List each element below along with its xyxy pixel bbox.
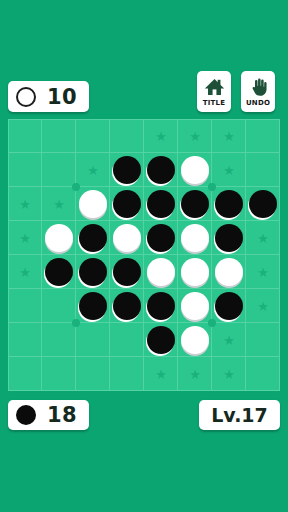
black-disc [113,292,141,320]
board-guide-dot [72,319,80,327]
board-cell[interactable]: ★ [178,119,212,153]
board-cell[interactable] [110,289,144,323]
level-pill: Lv.17 [199,400,280,430]
board-cell[interactable] [178,153,212,187]
board-guide-dot [208,319,216,327]
board-cell[interactable] [42,357,76,391]
white-disc-indicator [16,87,36,107]
star-icon: ★ [144,357,178,391]
black-disc-indicator [16,405,36,425]
board-cell[interactable] [8,119,42,153]
black-disc [147,292,175,320]
white-disc [181,156,209,184]
white-score-pill: 10 [8,81,89,112]
board-cell[interactable] [212,289,246,323]
board-cell[interactable] [212,255,246,289]
board-cell[interactable]: ★ [8,255,42,289]
board-cell[interactable] [110,221,144,255]
board-cell[interactable] [246,187,280,221]
board-cell[interactable] [246,153,280,187]
black-disc [79,224,107,252]
board-cell[interactable] [144,187,178,221]
board-cell[interactable]: ★ [246,255,280,289]
board-cell[interactable] [8,357,42,391]
undo-button[interactable]: UNDO [241,71,275,112]
black-disc [249,190,277,218]
star-icon: ★ [212,119,246,153]
star-icon: ★ [8,187,42,221]
board-cell[interactable] [144,221,178,255]
black-disc [215,224,243,252]
hand-icon [248,77,269,98]
board-cell[interactable] [42,221,76,255]
board-cell[interactable] [110,255,144,289]
board-cell[interactable]: ★ [212,153,246,187]
white-disc [79,190,107,218]
board-cell[interactable] [76,357,110,391]
board-cell[interactable]: ★ [144,357,178,391]
black-disc [113,190,141,218]
star-icon: ★ [8,255,42,289]
black-disc [147,190,175,218]
black-disc [147,156,175,184]
board-cell[interactable] [178,255,212,289]
board-cell[interactable]: ★ [246,289,280,323]
board-cell[interactable] [110,119,144,153]
star-icon: ★ [212,357,246,391]
board-cell[interactable] [42,289,76,323]
board-cell[interactable] [42,255,76,289]
white-disc [45,224,73,252]
star-icon: ★ [212,323,246,357]
board-cell[interactable] [110,323,144,357]
board-cell[interactable]: ★ [8,187,42,221]
star-icon: ★ [178,119,212,153]
board-cell[interactable] [246,357,280,391]
black-disc [45,258,73,286]
white-score: 10 [47,85,77,109]
star-icon: ★ [76,153,110,187]
black-disc [113,156,141,184]
board-cell[interactable] [76,119,110,153]
board-cell[interactable] [178,221,212,255]
undo-button-label: UNDO [246,100,270,107]
board-cell[interactable] [76,289,110,323]
board-cell[interactable] [8,323,42,357]
board-cell[interactable]: ★ [212,119,246,153]
black-disc [113,258,141,286]
star-icon: ★ [246,255,280,289]
star-icon: ★ [8,221,42,255]
board-cell[interactable]: ★ [8,221,42,255]
board-cell[interactable] [144,289,178,323]
board-cell[interactable] [178,323,212,357]
black-disc [147,224,175,252]
black-disc [215,190,243,218]
board: ★★★★★★★★★★★★★★★★ [8,119,280,391]
star-icon: ★ [246,221,280,255]
board-cell[interactable] [76,221,110,255]
black-disc [215,292,243,320]
board-cell[interactable] [110,187,144,221]
board-cell[interactable] [246,323,280,357]
home-icon [204,77,225,98]
board-cell[interactable] [42,119,76,153]
white-disc [147,258,175,286]
star-icon: ★ [178,357,212,391]
black-disc [147,326,175,354]
star-icon: ★ [212,153,246,187]
white-disc [215,258,243,286]
board-cell[interactable] [8,289,42,323]
board-cell[interactable] [42,323,76,357]
board-cell[interactable] [144,153,178,187]
white-disc [181,326,209,354]
board-cell[interactable] [110,153,144,187]
black-disc [181,190,209,218]
black-score-pill: 18 [8,400,89,430]
board-cell[interactable]: ★ [212,357,246,391]
board-cell[interactable] [144,255,178,289]
white-disc [181,224,209,252]
board-cell[interactable]: ★ [42,187,76,221]
white-disc [113,224,141,252]
board-cell[interactable]: ★ [76,153,110,187]
board-guide-dot [72,183,80,191]
board-cell[interactable] [212,221,246,255]
black-disc [79,292,107,320]
title-button-label: TITLE [203,100,225,107]
level-text: Lv.17 [211,404,268,426]
board-cell[interactable] [8,153,42,187]
board-cell[interactable]: ★ [144,119,178,153]
board-cell[interactable]: ★ [212,323,246,357]
white-disc [181,258,209,286]
board-cell[interactable] [178,289,212,323]
board-cell[interactable] [246,119,280,153]
white-disc [181,292,209,320]
board-cell[interactable]: ★ [178,357,212,391]
board-guide-dot [208,183,216,191]
board-cell[interactable]: ★ [246,221,280,255]
board-cell[interactable] [76,255,110,289]
black-disc [79,258,107,286]
board-cell[interactable] [76,323,110,357]
board-cell[interactable] [42,153,76,187]
star-icon: ★ [246,289,280,323]
title-button[interactable]: TITLE [197,71,231,112]
black-score: 18 [47,403,77,427]
board-cell[interactable] [76,187,110,221]
star-icon: ★ [42,187,76,221]
star-icon: ★ [144,119,178,153]
board-cell[interactable] [178,187,212,221]
board-cell[interactable] [144,323,178,357]
board-cell[interactable] [212,187,246,221]
board-cell[interactable] [110,357,144,391]
